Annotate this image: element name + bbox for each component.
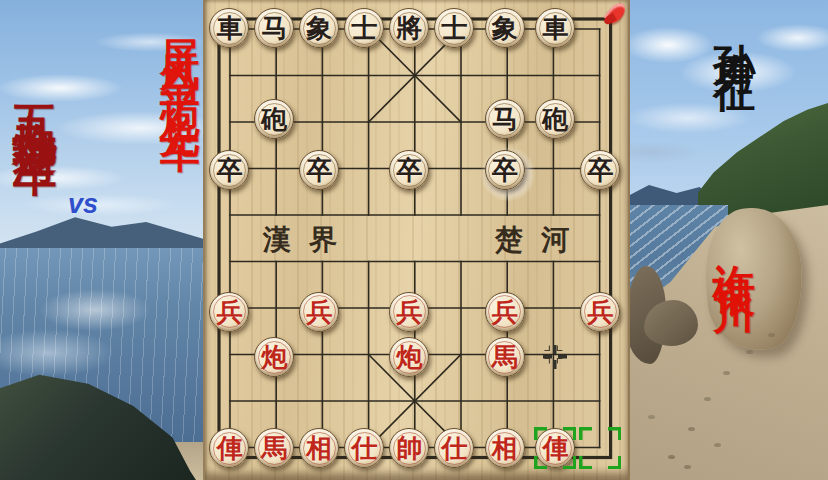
piece-black-cannon[interactable]: 砲 <box>535 99 575 139</box>
vs-label: vs <box>68 189 98 220</box>
piece-red-general[interactable]: 帥 <box>389 428 429 468</box>
piece-black-soldier[interactable]: 卒 <box>389 150 429 190</box>
piece-red-advisor[interactable]: 仕 <box>434 428 474 468</box>
piece-red-horse[interactable]: 馬 <box>485 337 525 377</box>
last-move-to-bracket <box>534 427 576 469</box>
player-name-black: 孙勇征 <box>706 10 762 52</box>
piece-black-general[interactable]: 將 <box>389 8 429 48</box>
piece-black-horse[interactable]: 马 <box>254 8 294 48</box>
piece-black-soldier[interactable]: 卒 <box>580 150 620 190</box>
piece-red-soldier[interactable]: 兵 <box>485 292 525 332</box>
crosshair-marker <box>543 345 567 369</box>
piece-black-soldier[interactable]: 卒 <box>299 150 339 190</box>
piece-red-soldier[interactable]: 兵 <box>209 292 249 332</box>
piece-red-cannon[interactable]: 炮 <box>389 337 429 377</box>
xiangqi-board[interactable]: 漢界 楚河 車马象士將士象車砲马砲卒卒卒卒卒兵兵兵兵兵炮炮馬俥馬相仕帥仕相俥 <box>203 0 630 480</box>
piece-red-soldier[interactable]: 兵 <box>299 292 339 332</box>
player-name-red: 许银川 <box>706 230 762 272</box>
piece-black-advisor[interactable]: 士 <box>344 8 384 48</box>
piece-black-advisor[interactable]: 士 <box>434 8 474 48</box>
footprints <box>668 455 675 459</box>
caption-black-opening: 屏风马平炮兑车 <box>152 8 207 113</box>
piece-red-elephant[interactable]: 相 <box>299 428 339 468</box>
piece-black-soldier[interactable]: 卒 <box>485 150 525 190</box>
piece-black-horse[interactable]: 马 <box>485 99 525 139</box>
piece-red-elephant[interactable]: 相 <box>485 428 525 468</box>
video-frame: 漢界 楚河 車马象士將士象車砲马砲卒卒卒卒卒兵兵兵兵兵炮炮馬俥馬相仕帥仕相俥 五… <box>0 0 828 480</box>
piece-red-advisor[interactable]: 仕 <box>344 428 384 468</box>
piece-black-cannon[interactable]: 砲 <box>254 99 294 139</box>
piece-black-soldier[interactable]: 卒 <box>209 150 249 190</box>
piece-red-soldier[interactable]: 兵 <box>580 292 620 332</box>
board-intersections: 車马象士將士象車砲马砲卒卒卒卒卒兵兵兵兵兵炮炮馬俥馬相仕帥仕相俥 <box>207 6 623 471</box>
piece-red-cannon[interactable]: 炮 <box>254 337 294 377</box>
piece-black-chariot[interactable]: 車 <box>209 8 249 48</box>
piece-black-elephant[interactable]: 象 <box>485 8 525 48</box>
piece-red-soldier[interactable]: 兵 <box>389 292 429 332</box>
beach-rock-small <box>644 300 698 346</box>
last-move-from-bracket <box>579 427 621 469</box>
piece-black-chariot[interactable]: 車 <box>535 8 575 48</box>
piece-red-horse[interactable]: 馬 <box>254 428 294 468</box>
caption-red-opening: 五九炮过河车 <box>5 70 64 124</box>
piece-red-chariot[interactable]: 俥 <box>209 428 249 468</box>
piece-black-elephant[interactable]: 象 <box>299 8 339 48</box>
